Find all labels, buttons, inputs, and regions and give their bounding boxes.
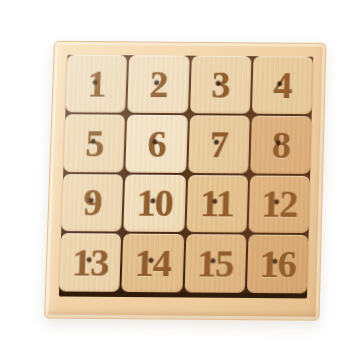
tile-5[interactable]: 5	[63, 114, 125, 172]
tile-label: 12	[261, 185, 298, 223]
tile-label: 15	[197, 244, 234, 283]
tile-label: 10	[136, 184, 173, 222]
tile-label: 5	[85, 124, 104, 162]
tile-1[interactable]: 1	[65, 55, 127, 113]
board-tray: 1 2 3 4 5 6 7 8 9 10 11 12 13 14 15 16	[59, 55, 313, 299]
tile-label: 1	[87, 65, 106, 103]
tile-label: 13	[72, 243, 109, 282]
tile-15[interactable]: 15	[184, 234, 246, 293]
tile-label: 2	[149, 65, 168, 103]
tile-2[interactable]: 2	[127, 55, 189, 113]
tile-16[interactable]: 16	[247, 235, 309, 294]
tile-3[interactable]: 3	[190, 56, 252, 114]
tile-8[interactable]: 8	[250, 115, 312, 173]
tile-9[interactable]: 9	[61, 174, 123, 232]
tile-label: 8	[271, 125, 290, 163]
tile-label: 14	[134, 244, 171, 283]
tile-12[interactable]: 12	[248, 175, 310, 233]
tile-label: 6	[147, 124, 166, 162]
tile-label: 9	[83, 184, 102, 222]
tile-14[interactable]: 14	[122, 234, 184, 293]
tile-label: 11	[199, 184, 234, 222]
tile-4[interactable]: 4	[252, 56, 314, 114]
tile-grid: 1 2 3 4 5 6 7 8 9 10 11 12 13 14 15 16	[59, 55, 313, 294]
tile-label: 4	[273, 66, 292, 104]
product-photo: 1 2 3 4 5 6 7 8 9 10 11 12 13 14 15 16	[0, 0, 356, 356]
tile-7[interactable]: 7	[188, 115, 250, 173]
tile-13[interactable]: 13	[59, 233, 121, 292]
tile-10[interactable]: 10	[124, 174, 186, 232]
tile-6[interactable]: 6	[125, 114, 187, 172]
tile-label: 16	[259, 245, 296, 284]
puzzle-board-frame: 1 2 3 4 5 6 7 8 9 10 11 12 13 14 15 16	[44, 41, 326, 321]
tile-11[interactable]: 11	[186, 175, 248, 233]
tile-label: 7	[209, 125, 228, 163]
tile-label: 3	[211, 66, 230, 104]
